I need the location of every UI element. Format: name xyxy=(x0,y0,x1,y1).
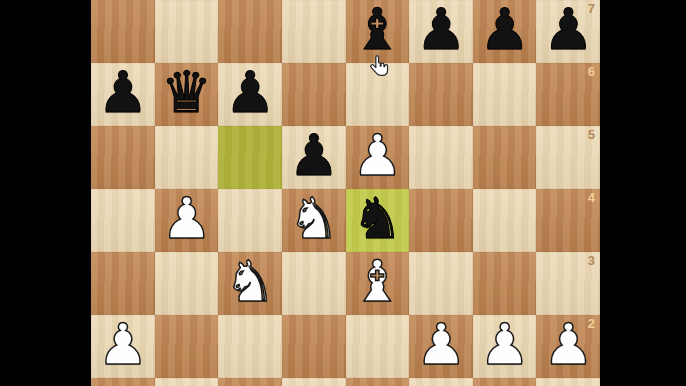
square-h6[interactable]: 6 xyxy=(536,63,600,126)
square-e7[interactable]: ♝ xyxy=(346,0,410,63)
piece-white-pawn[interactable]: ♟ xyxy=(155,187,219,250)
piece-black-knight[interactable]: ♞ xyxy=(346,187,410,250)
piece-white-knight[interactable]: ♞ xyxy=(282,187,346,250)
rank-label-7: 7 xyxy=(588,2,595,15)
piece-white-pawn[interactable]: ♟ xyxy=(346,124,410,187)
left-letterbox xyxy=(0,0,91,386)
square-h5[interactable]: 5 xyxy=(536,126,600,189)
video-frame: ♝♟♟♟7♟♛♟6♟♟5♟♞♞4♞♝3♟♟♟♟2 xyxy=(0,0,686,386)
rank-label-6: 6 xyxy=(588,65,595,78)
square-b1[interactable] xyxy=(155,378,219,386)
square-d3[interactable] xyxy=(282,252,346,315)
square-c6[interactable]: ♟ xyxy=(218,63,282,126)
piece-white-pawn[interactable]: ♟ xyxy=(91,313,155,376)
square-f1[interactable] xyxy=(409,378,473,386)
square-b7[interactable] xyxy=(155,0,219,63)
square-g4[interactable] xyxy=(473,189,537,252)
piece-black-pawn[interactable]: ♟ xyxy=(282,124,346,187)
square-a2[interactable]: ♟ xyxy=(91,315,155,378)
square-e6[interactable] xyxy=(346,63,410,126)
square-g1[interactable] xyxy=(473,378,537,386)
square-d5[interactable]: ♟ xyxy=(282,126,346,189)
square-a3[interactable] xyxy=(91,252,155,315)
square-h1[interactable] xyxy=(536,378,600,386)
square-e1[interactable] xyxy=(346,378,410,386)
square-d1[interactable] xyxy=(282,378,346,386)
square-g5[interactable] xyxy=(473,126,537,189)
square-h7[interactable]: ♟7 xyxy=(536,0,600,63)
square-d7[interactable] xyxy=(282,0,346,63)
square-a7[interactable] xyxy=(91,0,155,63)
square-a6[interactable]: ♟ xyxy=(91,63,155,126)
square-h4[interactable]: 4 xyxy=(536,189,600,252)
square-b3[interactable] xyxy=(155,252,219,315)
square-e2[interactable] xyxy=(346,315,410,378)
square-c4[interactable] xyxy=(218,189,282,252)
piece-white-knight[interactable]: ♞ xyxy=(218,250,282,313)
square-c2[interactable] xyxy=(218,315,282,378)
square-g7[interactable]: ♟ xyxy=(473,0,537,63)
piece-black-queen[interactable]: ♛ xyxy=(155,61,219,124)
chess-board[interactable]: ♝♟♟♟7♟♛♟6♟♟5♟♞♞4♞♝3♟♟♟♟2 xyxy=(91,0,600,386)
piece-white-pawn[interactable]: ♟ xyxy=(473,313,537,376)
square-f3[interactable] xyxy=(409,252,473,315)
square-h3[interactable]: 3 xyxy=(536,252,600,315)
square-f5[interactable] xyxy=(409,126,473,189)
rank-label-3: 3 xyxy=(588,254,595,267)
rank-label-5: 5 xyxy=(588,128,595,141)
piece-black-pawn[interactable]: ♟ xyxy=(91,61,155,124)
square-g2[interactable]: ♟ xyxy=(473,315,537,378)
piece-white-bishop[interactable]: ♝ xyxy=(346,250,410,313)
square-b4[interactable]: ♟ xyxy=(155,189,219,252)
piece-white-pawn[interactable]: ♟ xyxy=(409,313,473,376)
square-b6[interactable]: ♛ xyxy=(155,63,219,126)
piece-black-pawn[interactable]: ♟ xyxy=(473,0,537,61)
square-a4[interactable] xyxy=(91,189,155,252)
square-d4[interactable]: ♞ xyxy=(282,189,346,252)
square-g3[interactable] xyxy=(473,252,537,315)
piece-black-pawn[interactable]: ♟ xyxy=(409,0,473,61)
square-c1[interactable] xyxy=(218,378,282,386)
square-c7[interactable] xyxy=(218,0,282,63)
right-letterbox xyxy=(600,0,686,386)
square-b2[interactable] xyxy=(155,315,219,378)
piece-black-pawn[interactable]: ♟ xyxy=(218,61,282,124)
rank-label-2: 2 xyxy=(588,317,595,330)
square-f7[interactable]: ♟ xyxy=(409,0,473,63)
piece-black-bishop[interactable]: ♝ xyxy=(346,0,410,61)
square-b5[interactable] xyxy=(155,126,219,189)
square-a5[interactable] xyxy=(91,126,155,189)
square-c3[interactable]: ♞ xyxy=(218,252,282,315)
square-f2[interactable]: ♟ xyxy=(409,315,473,378)
square-f4[interactable] xyxy=(409,189,473,252)
square-d2[interactable] xyxy=(282,315,346,378)
rank-label-4: 4 xyxy=(588,191,595,204)
square-f6[interactable] xyxy=(409,63,473,126)
square-d6[interactable] xyxy=(282,63,346,126)
square-h2[interactable]: ♟2 xyxy=(536,315,600,378)
square-e3[interactable]: ♝ xyxy=(346,252,410,315)
square-a1[interactable] xyxy=(91,378,155,386)
square-c5[interactable] xyxy=(218,126,282,189)
square-e5[interactable]: ♟ xyxy=(346,126,410,189)
square-e4[interactable]: ♞ xyxy=(346,189,410,252)
square-g6[interactable] xyxy=(473,63,537,126)
